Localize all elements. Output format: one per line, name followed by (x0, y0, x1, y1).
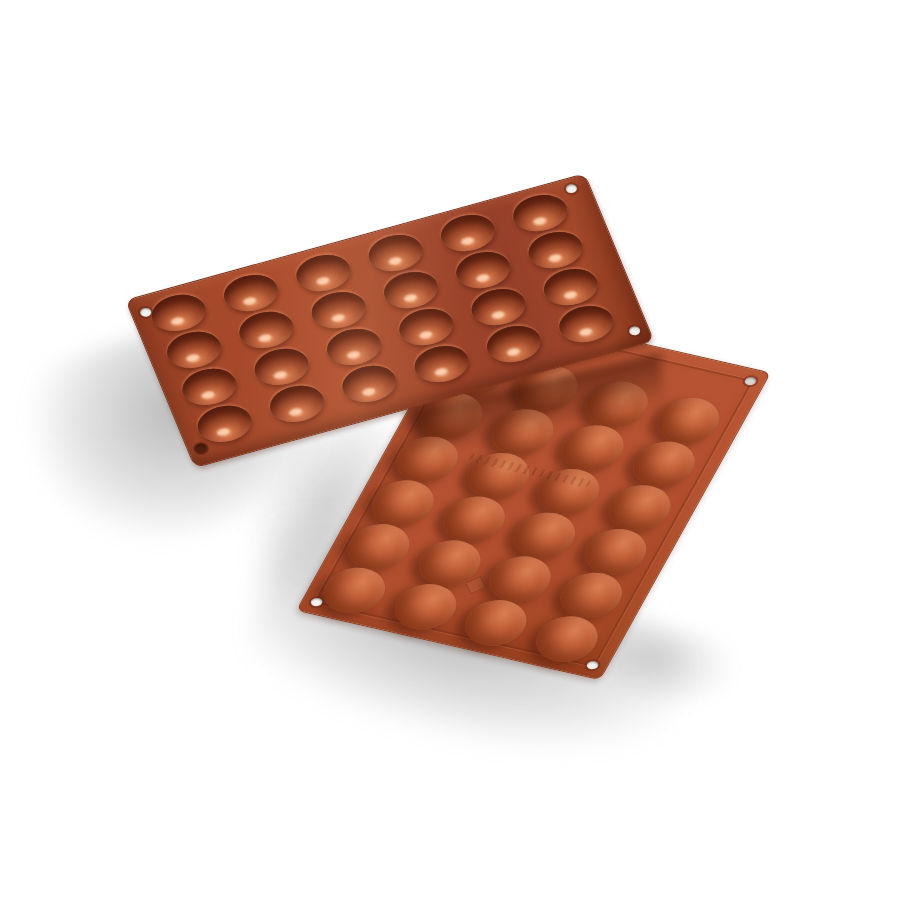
product-photo-scene (0, 0, 900, 900)
